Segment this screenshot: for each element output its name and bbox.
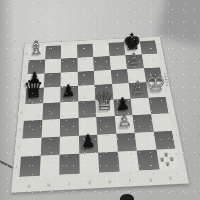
square-h7 bbox=[141, 53, 160, 68]
square-h8 bbox=[139, 41, 157, 55]
file-label: d bbox=[79, 178, 100, 187]
square-c1 bbox=[59, 154, 79, 175]
square-a5 bbox=[25, 88, 43, 104]
square-a1 bbox=[19, 156, 40, 177]
square-c3 bbox=[60, 118, 79, 136]
square-b1 bbox=[39, 155, 59, 176]
photo-background: abcdefgh 87654321 CHESS ♛♛♛♛ ♗♚♙♟♛♟♙♔♕♟♙… bbox=[0, 0, 200, 200]
square-a2 bbox=[21, 137, 41, 157]
square-d2 bbox=[79, 134, 99, 154]
file-label: a bbox=[18, 181, 39, 190]
square-e8 bbox=[92, 43, 109, 57]
square-h6 bbox=[144, 67, 163, 82]
square-f1 bbox=[117, 151, 139, 172]
square-d4 bbox=[78, 101, 96, 118]
square-h2 bbox=[153, 130, 175, 149]
square-a7 bbox=[28, 59, 45, 74]
square-a8 bbox=[29, 46, 46, 60]
square-c2 bbox=[60, 135, 79, 155]
chess-board: abcdefgh 87654321 CHESS ♛♛♛♛ ♗♚♙♟♛♟♙♔♕♟♙… bbox=[11, 37, 189, 193]
square-e3 bbox=[96, 116, 116, 134]
square-f6 bbox=[110, 69, 128, 84]
square-a6 bbox=[26, 73, 44, 89]
square-h4 bbox=[148, 97, 169, 114]
square-e2 bbox=[97, 133, 117, 153]
square-a4 bbox=[24, 103, 43, 120]
square-a3 bbox=[22, 120, 42, 139]
square-f5 bbox=[112, 83, 131, 99]
square-d5 bbox=[78, 85, 96, 101]
square-b4 bbox=[42, 102, 60, 119]
square-b5 bbox=[43, 87, 61, 103]
square-d3 bbox=[78, 117, 97, 135]
square-b3 bbox=[41, 119, 60, 137]
square-h3 bbox=[151, 113, 172, 131]
square-f2 bbox=[116, 132, 137, 152]
board-grid bbox=[19, 41, 179, 177]
square-f3 bbox=[114, 115, 134, 133]
square-e1 bbox=[98, 152, 119, 173]
square-c4 bbox=[60, 101, 78, 118]
square-f4 bbox=[113, 99, 133, 116]
square-b8 bbox=[45, 45, 61, 59]
square-e5 bbox=[95, 84, 113, 100]
background-left-shade bbox=[0, 0, 14, 200]
square-e6 bbox=[94, 70, 112, 85]
square-h5 bbox=[146, 82, 166, 98]
square-e4 bbox=[95, 100, 114, 117]
square-d7 bbox=[77, 57, 94, 72]
file-label: c bbox=[59, 179, 79, 188]
square-d1 bbox=[79, 153, 99, 174]
square-f8 bbox=[108, 42, 125, 56]
square-b6 bbox=[43, 72, 60, 87]
bottom-edge-object bbox=[120, 194, 134, 200]
square-d6 bbox=[77, 71, 94, 86]
square-e7 bbox=[93, 56, 110, 71]
square-c5 bbox=[60, 86, 78, 102]
file-label: e bbox=[99, 177, 120, 186]
background-shadow bbox=[156, 0, 200, 47]
square-c7 bbox=[61, 58, 78, 73]
square-f7 bbox=[109, 55, 127, 70]
square-c6 bbox=[61, 71, 78, 86]
file-label: g bbox=[140, 175, 161, 184]
square-d8 bbox=[77, 44, 93, 58]
square-c8 bbox=[61, 45, 77, 59]
file-coordinates: abcdefgh bbox=[18, 174, 181, 191]
square-b2 bbox=[40, 136, 60, 156]
file-label: h bbox=[160, 174, 182, 183]
file-label: f bbox=[120, 176, 141, 185]
file-label: b bbox=[39, 180, 60, 189]
emblem-crown-glyph: ♛ bbox=[165, 161, 171, 167]
square-b7 bbox=[44, 58, 61, 73]
